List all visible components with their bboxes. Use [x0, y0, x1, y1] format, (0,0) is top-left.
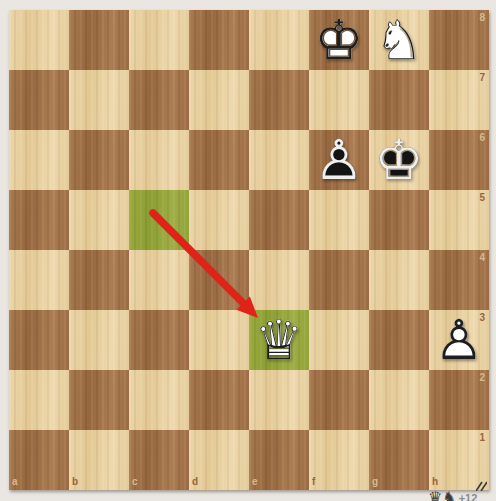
file-label-b: b	[72, 477, 78, 487]
rank-label-4: 4	[479, 253, 485, 263]
white-pawn[interactable]: ♟♙	[429, 310, 489, 370]
file-label-a: a	[12, 477, 18, 487]
square-f6[interactable]: ♟♙	[309, 130, 369, 190]
square-c5[interactable]	[129, 190, 189, 250]
black-king[interactable]: ♚♔	[369, 130, 429, 190]
square-b8[interactable]	[69, 10, 129, 70]
square-d5[interactable]	[189, 190, 249, 250]
rank-label-7: 7	[479, 73, 485, 83]
square-g1[interactable]: g	[369, 430, 429, 490]
rank-label-1: 1	[479, 433, 485, 443]
square-f8[interactable]: ♚♔	[309, 10, 369, 70]
square-a1[interactable]: a	[9, 430, 69, 490]
square-d4[interactable]	[189, 250, 249, 310]
square-h7[interactable]: 7	[429, 70, 489, 130]
square-g4[interactable]	[369, 250, 429, 310]
square-g3[interactable]	[369, 310, 429, 370]
file-label-f: f	[312, 477, 315, 487]
square-e3[interactable]: ♛♕	[249, 310, 309, 370]
square-c3[interactable]	[129, 310, 189, 370]
square-h2[interactable]: 2	[429, 370, 489, 430]
square-h5[interactable]: 5	[429, 190, 489, 250]
file-label-e: e	[252, 477, 258, 487]
white-king[interactable]: ♚♔	[309, 10, 369, 70]
square-a5[interactable]	[9, 190, 69, 250]
rank-label-5: 5	[479, 193, 485, 203]
square-b7[interactable]	[69, 70, 129, 130]
square-a7[interactable]	[9, 70, 69, 130]
rank-label-6: 6	[479, 133, 485, 143]
square-h3[interactable]: 3♟♙	[429, 310, 489, 370]
square-f2[interactable]	[309, 370, 369, 430]
square-f4[interactable]	[309, 250, 369, 310]
file-label-c: c	[132, 477, 138, 487]
rank-label-2: 2	[479, 373, 485, 383]
white-king-outline: ♔	[309, 10, 369, 70]
file-label-g: g	[372, 477, 378, 487]
square-a2[interactable]	[9, 370, 69, 430]
page: ♚♔♞♘87♟♙♚♔654♛♕3♟♙2abcdefgh1 ♛ ♞ +12	[0, 0, 496, 501]
square-a8[interactable]	[9, 10, 69, 70]
square-e2[interactable]	[249, 370, 309, 430]
captured-black-queen-icon: ♛	[428, 489, 442, 501]
square-g5[interactable]	[369, 190, 429, 250]
square-d8[interactable]	[189, 10, 249, 70]
file-label-h: h	[432, 477, 438, 487]
material-advantage-value: +12	[459, 489, 478, 501]
square-f5[interactable]	[309, 190, 369, 250]
square-h8[interactable]: 8	[429, 10, 489, 70]
square-e7[interactable]	[249, 70, 309, 130]
square-e6[interactable]	[249, 130, 309, 190]
square-b2[interactable]	[69, 370, 129, 430]
square-a4[interactable]	[9, 250, 69, 310]
white-queen-outline: ♕	[249, 310, 309, 370]
square-b6[interactable]	[69, 130, 129, 190]
square-h4[interactable]: 4	[429, 250, 489, 310]
white-pawn-outline: ♙	[429, 310, 489, 370]
square-c6[interactable]	[129, 130, 189, 190]
square-d3[interactable]	[189, 310, 249, 370]
square-a6[interactable]	[9, 130, 69, 190]
square-h6[interactable]: 6	[429, 130, 489, 190]
board: ♚♔♞♘87♟♙♚♔654♛♕3♟♙2abcdefgh1	[9, 10, 489, 490]
black-pawn[interactable]: ♟♙	[309, 130, 369, 190]
white-queen[interactable]: ♛♕	[249, 310, 309, 370]
square-e8[interactable]	[249, 10, 309, 70]
square-g2[interactable]	[369, 370, 429, 430]
square-b4[interactable]	[69, 250, 129, 310]
captured-black-knight-icon: ♞	[442, 489, 456, 501]
square-c2[interactable]	[129, 370, 189, 430]
rank-label-8: 8	[479, 13, 485, 23]
square-c7[interactable]	[129, 70, 189, 130]
square-f3[interactable]	[309, 310, 369, 370]
square-e4[interactable]	[249, 250, 309, 310]
square-c8[interactable]	[129, 10, 189, 70]
square-d1[interactable]: d	[189, 430, 249, 490]
white-knight-outline: ♘	[369, 10, 429, 70]
square-g8[interactable]: ♞♘	[369, 10, 429, 70]
square-g7[interactable]	[369, 70, 429, 130]
square-e1[interactable]: e	[249, 430, 309, 490]
square-c1[interactable]: c	[129, 430, 189, 490]
board-resize-handle[interactable]	[476, 477, 487, 488]
black-king-outline: ♔	[369, 130, 429, 190]
square-d7[interactable]	[189, 70, 249, 130]
square-g6[interactable]: ♚♔	[369, 130, 429, 190]
square-b5[interactable]	[69, 190, 129, 250]
square-f7[interactable]	[309, 70, 369, 130]
square-e5[interactable]	[249, 190, 309, 250]
black-pawn-outline: ♙	[309, 130, 369, 190]
square-d6[interactable]	[189, 130, 249, 190]
square-d2[interactable]	[189, 370, 249, 430]
square-f1[interactable]: f	[309, 430, 369, 490]
white-knight[interactable]: ♞♘	[369, 10, 429, 70]
square-b3[interactable]	[69, 310, 129, 370]
square-c4[interactable]	[129, 250, 189, 310]
square-b1[interactable]: b	[69, 430, 129, 490]
material-advantage: ♛ ♞ +12	[428, 489, 477, 501]
square-h1[interactable]: h1	[429, 430, 489, 490]
file-label-d: d	[192, 477, 198, 487]
square-a3[interactable]	[9, 310, 69, 370]
